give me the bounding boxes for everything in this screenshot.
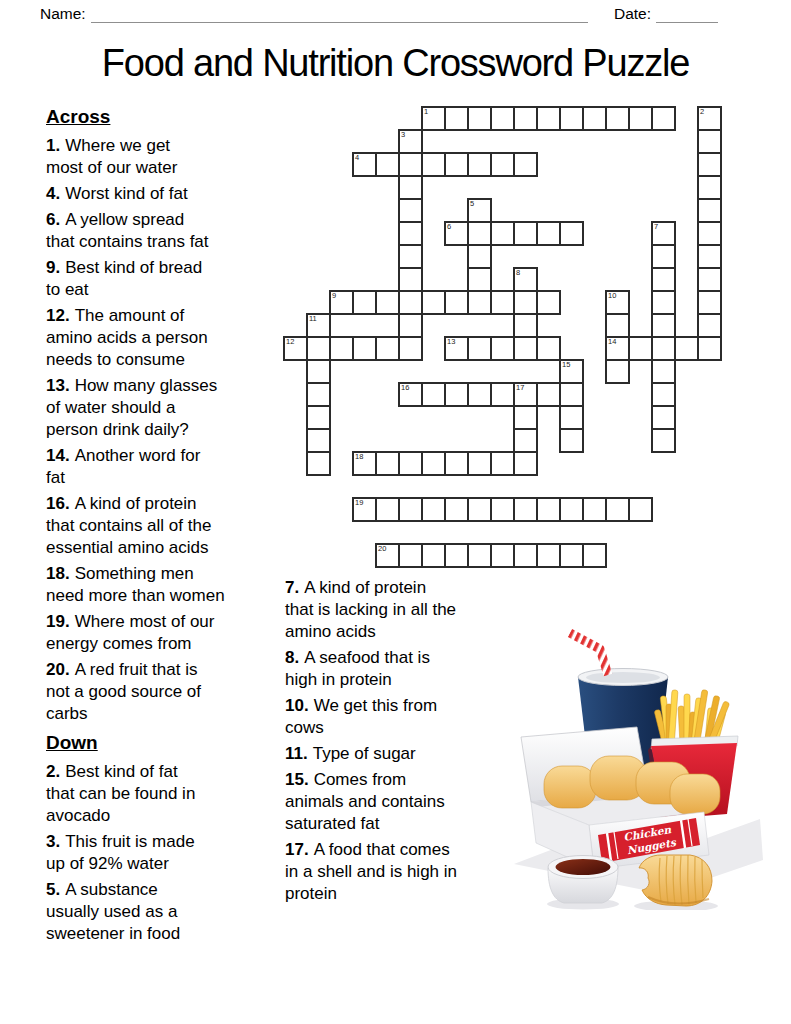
grid-cell-r0c12[interactable] bbox=[559, 106, 584, 131]
grid-cell-r3c5[interactable] bbox=[398, 175, 423, 200]
grid-cell-r19c5[interactable] bbox=[398, 543, 423, 568]
grid-cell-r5c7[interactable]: 6 bbox=[444, 221, 469, 246]
grid-cell-r17c15[interactable] bbox=[628, 497, 653, 522]
clue-text: Something men need more than women bbox=[46, 564, 225, 605]
grid-cell-r17c10[interactable] bbox=[513, 497, 538, 522]
grid-cell-r8c10[interactable] bbox=[513, 290, 538, 315]
clue-text: A kind of protein that contains all of t… bbox=[46, 494, 211, 557]
clue-20: 20.A red fruit that is not a good source… bbox=[46, 659, 298, 725]
clue-19: 19.Where most of our energy comes from bbox=[46, 611, 298, 655]
clue-number: 18. bbox=[46, 564, 70, 583]
grid-cell-r10c16[interactable] bbox=[651, 336, 676, 361]
clue-text: Where most of our energy comes from bbox=[46, 612, 214, 653]
grid-cell-r10c14[interactable]: 14 bbox=[605, 336, 630, 361]
clue-2: 2.Best kind of fat that can be found in … bbox=[46, 761, 298, 827]
grid-cell-r1c5[interactable]: 3 bbox=[398, 129, 423, 154]
grid-cell-r10c8[interactable] bbox=[467, 336, 492, 361]
grid-cell-r1c18[interactable] bbox=[697, 129, 722, 154]
clue-text: Best kind of bread to eat bbox=[46, 258, 202, 299]
grid-cell-r17c13[interactable] bbox=[582, 497, 607, 522]
grid-cell-r12c6[interactable] bbox=[421, 382, 446, 407]
grid-cell-r9c5[interactable] bbox=[398, 313, 423, 338]
grid-cell-r14c16[interactable] bbox=[651, 428, 676, 453]
clue-number: 13. bbox=[46, 376, 70, 395]
cell-number-label: 12 bbox=[286, 338, 294, 346]
grid-cell-r10c7[interactable]: 13 bbox=[444, 336, 469, 361]
clue-1: 1.Where we get most of our water bbox=[46, 135, 298, 179]
grid-cell-r9c14[interactable] bbox=[605, 313, 630, 338]
grid-cell-r11c14[interactable] bbox=[605, 359, 630, 384]
across-clue-list: 1.Where we get most of our water4.Worst … bbox=[46, 135, 298, 725]
worksheet-page: { "header": { "name_label": "Name:", "da… bbox=[0, 0, 791, 1024]
clues-left-column: Across 1.Where we get most of our water4… bbox=[46, 106, 298, 949]
clue-number: 6. bbox=[46, 210, 60, 229]
grid-cell-r14c10[interactable] bbox=[513, 428, 538, 453]
grid-cell-r13c10[interactable] bbox=[513, 405, 538, 430]
grid-cell-r17c5[interactable] bbox=[398, 497, 423, 522]
clue-13: 13.How many glasses of water should a pe… bbox=[46, 375, 298, 441]
grid-cell-r10c15[interactable] bbox=[628, 336, 653, 361]
cell-number-label: 13 bbox=[447, 338, 455, 346]
clue-number: 17. bbox=[285, 840, 309, 859]
across-heading: Across bbox=[46, 106, 298, 128]
clue-text: Type of sugar bbox=[313, 744, 416, 763]
clue-5: 5.A substance usually used as a sweetene… bbox=[46, 879, 298, 945]
grid-cell-r8c9[interactable] bbox=[490, 290, 515, 315]
grid-cell-r10c1[interactable] bbox=[306, 336, 331, 361]
clue-number: 1. bbox=[46, 136, 60, 155]
grid-cell-r15c3[interactable]: 18 bbox=[352, 451, 377, 476]
sauce bbox=[556, 859, 611, 875]
down-clue-list-left: 2.Best kind of fat that can be found in … bbox=[46, 761, 298, 945]
cell-number-label: 16 bbox=[401, 384, 409, 392]
grid-cell-r17c8[interactable] bbox=[467, 497, 492, 522]
grid-cell-r2c10[interactable] bbox=[513, 152, 538, 177]
clue-number: 2. bbox=[46, 762, 60, 781]
clue-number: 9. bbox=[46, 258, 60, 277]
grid-cell-r10c18[interactable] bbox=[697, 336, 722, 361]
grid-cell-r15c9[interactable] bbox=[490, 451, 515, 476]
clue-6: 6.A yellow spread that contains trans fa… bbox=[46, 209, 298, 253]
grid-cell-r19c4[interactable]: 20 bbox=[375, 543, 400, 568]
clue-number: 5. bbox=[46, 880, 60, 899]
grid-cell-r19c12[interactable] bbox=[559, 543, 584, 568]
grid-cell-r19c9[interactable] bbox=[490, 543, 515, 568]
grid-cell-r10c2[interactable] bbox=[329, 336, 354, 361]
cell-number-label: 14 bbox=[608, 338, 616, 346]
clue-text: A substance usually used as a sweetener … bbox=[46, 880, 180, 943]
grid-cell-r7c16[interactable] bbox=[651, 267, 676, 292]
grid-cell-r8c6[interactable] bbox=[421, 290, 446, 315]
grid-cell-r2c8[interactable] bbox=[467, 152, 492, 177]
cell-number-label: 9 bbox=[332, 292, 336, 300]
grid-cell-r5c9[interactable] bbox=[490, 221, 515, 246]
grid-cell-r10c5[interactable] bbox=[398, 336, 423, 361]
grid-cell-r15c10[interactable] bbox=[513, 451, 538, 476]
grid-cell-r9c18[interactable] bbox=[697, 313, 722, 338]
grid-cell-r7c10[interactable]: 8 bbox=[513, 267, 538, 292]
clue-10: 10.We get this from cows bbox=[285, 695, 537, 739]
grid-cell-r19c13[interactable] bbox=[582, 543, 607, 568]
grid-cell-r8c18[interactable] bbox=[697, 290, 722, 315]
grid-cell-r12c10[interactable]: 17 bbox=[513, 382, 538, 407]
grid-cell-r5c18[interactable] bbox=[697, 221, 722, 246]
grid-cell-r0c14[interactable] bbox=[605, 106, 630, 131]
cell-number-label: 7 bbox=[654, 223, 658, 231]
grid-cell-r0c6[interactable]: 1 bbox=[421, 106, 446, 131]
grid-cell-r12c9[interactable] bbox=[490, 382, 515, 407]
cell-number-label: 20 bbox=[378, 545, 386, 553]
grid-cell-r15c8[interactable] bbox=[467, 451, 492, 476]
clue-4: 4.Worst kind of fat bbox=[46, 183, 298, 205]
grid-cell-r2c18[interactable] bbox=[697, 152, 722, 177]
grid-cell-r5c10[interactable] bbox=[513, 221, 538, 246]
grid-cell-r17c12[interactable] bbox=[559, 497, 584, 522]
grid-cell-r17c11[interactable] bbox=[536, 497, 561, 522]
clue-15: 15.Comes from animals and contains satur… bbox=[285, 769, 537, 835]
clue-text: A seafood that is high in protein bbox=[285, 648, 430, 689]
grid-cell-r7c18[interactable] bbox=[697, 267, 722, 292]
grid-cell-r10c9[interactable] bbox=[490, 336, 515, 361]
grid-cell-r19c11[interactable] bbox=[536, 543, 561, 568]
grid-cell-r13c12[interactable] bbox=[559, 405, 584, 430]
clue-number: 4. bbox=[46, 184, 60, 203]
grid-cell-r10c3[interactable] bbox=[352, 336, 377, 361]
clue-14: 14.Another word for fat bbox=[46, 445, 298, 489]
grid-cell-r14c1[interactable] bbox=[306, 428, 331, 453]
clue-text: Where we get most of our water bbox=[46, 136, 177, 177]
grid-cell-r8c2[interactable]: 9 bbox=[329, 290, 354, 315]
grid-cell-r17c14[interactable] bbox=[605, 497, 630, 522]
clue-17: 17.A food that comes in a shell and is h… bbox=[285, 839, 537, 905]
date-input-line[interactable] bbox=[656, 5, 718, 23]
cell-number-label: 17 bbox=[516, 384, 524, 392]
grid-cell-r17c4[interactable] bbox=[375, 497, 400, 522]
grid-cell-r10c11[interactable] bbox=[536, 336, 561, 361]
clue-text: A food that comes in a shell and is high… bbox=[285, 840, 457, 903]
clue-number: 3. bbox=[46, 832, 60, 851]
cell-number-label: 6 bbox=[447, 223, 451, 231]
clue-text: A yellow spread that contains trans fat bbox=[46, 210, 209, 251]
clue-16: 16.A kind of protein that contains all o… bbox=[46, 493, 298, 559]
striped-straw bbox=[570, 633, 608, 675]
grid-cell-r19c7[interactable] bbox=[444, 543, 469, 568]
clue-8: 8.A seafood that is high in protein bbox=[285, 647, 537, 691]
grid-cell-r6c5[interactable] bbox=[398, 244, 423, 269]
clue-text: Best kind of fat that can be found in av… bbox=[46, 762, 195, 825]
grid-cell-r12c12[interactable] bbox=[559, 382, 584, 407]
clue-text: How many glasses of water should a perso… bbox=[46, 376, 217, 439]
grid-cell-r10c17[interactable] bbox=[674, 336, 699, 361]
clue-text: This fruit is made up of 92% water bbox=[46, 832, 195, 873]
grid-cell-r12c16[interactable] bbox=[651, 382, 676, 407]
clue-3: 3.This fruit is made up of 92% water bbox=[46, 831, 298, 875]
clue-number: 16. bbox=[46, 494, 70, 513]
grid-cell-r4c18[interactable] bbox=[697, 198, 722, 223]
clue-number: 15. bbox=[285, 770, 309, 789]
grid-cell-r15c4[interactable] bbox=[375, 451, 400, 476]
grid-cell-r11c12[interactable]: 15 bbox=[559, 359, 584, 384]
grid-cell-r7c8[interactable] bbox=[467, 267, 492, 292]
cell-number-label: 19 bbox=[355, 499, 363, 507]
grid-cell-r6c8[interactable] bbox=[467, 244, 492, 269]
grid-cell-r2c7[interactable] bbox=[444, 152, 469, 177]
name-date-row: Name: Date: bbox=[40, 4, 718, 23]
name-input-line[interactable] bbox=[91, 5, 588, 23]
grid-cell-r5c16[interactable]: 7 bbox=[651, 221, 676, 246]
grid-cell-r8c7[interactable] bbox=[444, 290, 469, 315]
grid-cell-r10c0[interactable]: 12 bbox=[283, 336, 308, 361]
grid-cell-r2c5[interactable] bbox=[398, 152, 423, 177]
fast-food-illustration: Chicken Nuggets bbox=[508, 616, 790, 910]
grid-cell-r8c3[interactable] bbox=[352, 290, 377, 315]
grid-cell-r8c4[interactable] bbox=[375, 290, 400, 315]
crossword-grid: 1234567891011121314151617181920 bbox=[284, 107, 723, 569]
grid-cell-r0c15[interactable] bbox=[628, 106, 653, 131]
grid-cell-r2c4[interactable] bbox=[375, 152, 400, 177]
clue-number: 14. bbox=[46, 446, 70, 465]
grid-cell-r19c6[interactable] bbox=[421, 543, 446, 568]
cell-number-label: 5 bbox=[470, 200, 474, 208]
grid-cell-r8c14[interactable]: 10 bbox=[605, 290, 630, 315]
grid-cell-r9c16[interactable] bbox=[651, 313, 676, 338]
clue-number: 7. bbox=[285, 578, 299, 597]
grid-cell-r6c18[interactable] bbox=[697, 244, 722, 269]
cell-number-label: 18 bbox=[355, 453, 363, 461]
clue-11: 11.Type of sugar bbox=[285, 743, 537, 765]
clue-text: A kind of protein that is lacking in all… bbox=[285, 578, 456, 641]
grid-cell-r15c7[interactable] bbox=[444, 451, 469, 476]
grid-cell-r4c5[interactable] bbox=[398, 198, 423, 223]
grid-cell-r2c9[interactable] bbox=[490, 152, 515, 177]
grid-cell-r19c10[interactable] bbox=[513, 543, 538, 568]
grid-cell-r8c11[interactable] bbox=[536, 290, 561, 315]
grid-cell-r13c1[interactable] bbox=[306, 405, 331, 430]
clue-number: 19. bbox=[46, 612, 70, 631]
date-label: Date: bbox=[614, 4, 651, 23]
grid-cell-r12c11[interactable] bbox=[536, 382, 561, 407]
cell-number-label: 10 bbox=[608, 292, 616, 300]
grid-cell-r0c13[interactable] bbox=[582, 106, 607, 131]
grid-cell-r11c16[interactable] bbox=[651, 359, 676, 384]
grid-cell-r7c5[interactable] bbox=[398, 267, 423, 292]
grid-cell-r0c18[interactable]: 2 bbox=[697, 106, 722, 131]
grid-cell-r0c11[interactable] bbox=[536, 106, 561, 131]
grid-cell-r17c3[interactable]: 19 bbox=[352, 497, 377, 522]
grid-cell-r9c1[interactable]: 11 bbox=[306, 313, 331, 338]
dipping-sauce-tub bbox=[547, 856, 619, 910]
cell-number-label: 15 bbox=[562, 361, 570, 369]
grid-cell-r17c7[interactable] bbox=[444, 497, 469, 522]
clue-number: 20. bbox=[46, 660, 70, 679]
cell-number-label: 1 bbox=[424, 108, 428, 116]
grid-cell-r4c8[interactable]: 5 bbox=[467, 198, 492, 223]
grid-cell-r5c11[interactable] bbox=[536, 221, 561, 246]
clue-number: 12. bbox=[46, 306, 70, 325]
cell-number-label: 11 bbox=[309, 315, 317, 323]
grid-cell-r14c12[interactable] bbox=[559, 428, 584, 453]
grid-cell-r8c16[interactable] bbox=[651, 290, 676, 315]
cell-number-label: 2 bbox=[700, 108, 704, 116]
clue-text: The amount of amino acids a person needs… bbox=[46, 306, 208, 369]
grid-cell-r15c5[interactable] bbox=[398, 451, 423, 476]
name-label: Name: bbox=[40, 4, 86, 23]
grid-cell-r17c6[interactable] bbox=[421, 497, 446, 522]
grid-cell-r13c16[interactable] bbox=[651, 405, 676, 430]
down-clue-list-right: 7.A kind of protein that is lacking in a… bbox=[285, 577, 537, 905]
grid-cell-r0c8[interactable] bbox=[467, 106, 492, 131]
grid-cell-r19c8[interactable] bbox=[467, 543, 492, 568]
grid-cell-r12c5[interactable]: 16 bbox=[398, 382, 423, 407]
grid-cell-r12c1[interactable] bbox=[306, 382, 331, 407]
clue-text: Worst kind of fat bbox=[65, 184, 188, 203]
clue-9: 9.Best kind of bread to eat bbox=[46, 257, 298, 301]
grid-cell-r10c10[interactable] bbox=[513, 336, 538, 361]
grid-cell-r12c7[interactable] bbox=[444, 382, 469, 407]
grid-cell-r2c6[interactable] bbox=[421, 152, 446, 177]
clue-7: 7.A kind of protein that is lacking in a… bbox=[285, 577, 537, 643]
grid-cell-r8c8[interactable] bbox=[467, 290, 492, 315]
clue-12: 12.The amount of amino acids a person ne… bbox=[46, 305, 298, 371]
grid-cell-r17c9[interactable] bbox=[490, 497, 515, 522]
grid-cell-r6c16[interactable] bbox=[651, 244, 676, 269]
grid-cell-r15c6[interactable] bbox=[421, 451, 446, 476]
grid-cell-r11c1[interactable] bbox=[306, 359, 331, 384]
grid-cell-r5c5[interactable] bbox=[398, 221, 423, 246]
grid-cell-r0c9[interactable] bbox=[490, 106, 515, 131]
grid-cell-r3c18[interactable] bbox=[697, 175, 722, 200]
grid-cell-r5c8[interactable] bbox=[467, 221, 492, 246]
cell-number-label: 3 bbox=[401, 131, 405, 139]
grid-cell-r2c3[interactable]: 4 bbox=[352, 152, 377, 177]
grid-cell-r8c5[interactable] bbox=[398, 290, 423, 315]
grid-cell-r15c1[interactable] bbox=[306, 451, 331, 476]
grid-cell-r0c16[interactable] bbox=[651, 106, 676, 131]
clue-number: 11. bbox=[285, 744, 308, 763]
grid-cell-r0c10[interactable] bbox=[513, 106, 538, 131]
page-title: Food and Nutrition Crossword Puzzle bbox=[0, 42, 791, 85]
grid-cell-r10c4[interactable] bbox=[375, 336, 400, 361]
down-heading: Down bbox=[46, 732, 298, 754]
clue-18: 18.Something men need more than women bbox=[46, 563, 298, 607]
clue-number: 10. bbox=[285, 696, 309, 715]
clue-number: 8. bbox=[285, 648, 299, 667]
grid-cell-r12c8[interactable] bbox=[467, 382, 492, 407]
cell-number-label: 8 bbox=[516, 269, 520, 277]
grid-cell-r9c10[interactable] bbox=[513, 313, 538, 338]
cell-number-label: 4 bbox=[355, 154, 359, 162]
grid-cell-r0c7[interactable] bbox=[444, 106, 469, 131]
clues-right-column: 7.A kind of protein that is lacking in a… bbox=[285, 577, 537, 909]
grid-cell-r5c12[interactable] bbox=[559, 221, 584, 246]
